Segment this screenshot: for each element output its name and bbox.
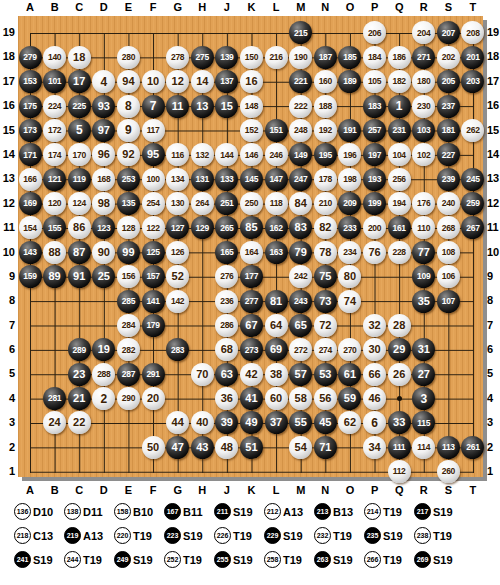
intersection-G18[interactable]: 278 xyxy=(165,45,190,69)
intersection-R8[interactable]: 35 xyxy=(411,289,436,313)
intersection-B8[interactable] xyxy=(42,289,67,313)
intersection-G5[interactable] xyxy=(165,362,190,386)
intersection-T13[interactable]: 245 xyxy=(461,167,486,191)
intersection-L12[interactable]: 118 xyxy=(264,191,289,215)
intersection-J18[interactable]: 139 xyxy=(215,45,240,69)
intersection-C14[interactable]: 170 xyxy=(67,143,92,167)
intersection-D11[interactable]: 123 xyxy=(92,216,117,240)
intersection-F6[interactable] xyxy=(141,338,166,362)
intersection-L6[interactable]: 69 xyxy=(264,338,289,362)
intersection-P15[interactable]: 257 xyxy=(362,118,387,142)
intersection-A4[interactable] xyxy=(18,386,43,410)
intersection-R11[interactable]: 110 xyxy=(411,216,436,240)
intersection-H10[interactable] xyxy=(190,240,215,264)
intersection-O14[interactable]: 196 xyxy=(338,143,363,167)
intersection-L18[interactable]: 216 xyxy=(264,45,289,69)
intersection-S3[interactable] xyxy=(436,411,461,435)
intersection-N5[interactable]: 53 xyxy=(313,362,338,386)
intersection-H11[interactable]: 129 xyxy=(190,216,215,240)
intersection-S5[interactable] xyxy=(436,362,461,386)
intersection-K14[interactable]: 146 xyxy=(239,143,264,167)
intersection-C18[interactable]: 18 xyxy=(67,45,92,69)
intersection-A1[interactable] xyxy=(18,460,43,484)
intersection-G9[interactable]: 52 xyxy=(165,265,190,289)
intersection-J13[interactable]: 133 xyxy=(215,167,240,191)
intersection-O3[interactable]: 62 xyxy=(338,411,363,435)
intersection-P12[interactable]: 199 xyxy=(362,191,387,215)
intersection-K15[interactable]: 152 xyxy=(239,118,264,142)
intersection-E13[interactable]: 253 xyxy=(116,167,141,191)
intersection-R1[interactable] xyxy=(411,460,436,484)
intersection-P16[interactable]: 183 xyxy=(362,94,387,118)
intersection-K3[interactable]: 49 xyxy=(239,411,264,435)
intersection-S11[interactable]: 268 xyxy=(436,216,461,240)
intersection-L7[interactable]: 64 xyxy=(264,313,289,337)
intersection-C2[interactable] xyxy=(67,435,92,459)
intersection-A13[interactable]: 166 xyxy=(18,167,43,191)
intersection-Q16[interactable]: 1 xyxy=(387,94,412,118)
intersection-L8[interactable]: 81 xyxy=(264,289,289,313)
intersection-Q9[interactable] xyxy=(387,265,412,289)
intersection-Q14[interactable]: 104 xyxy=(387,143,412,167)
intersection-E12[interactable]: 135 xyxy=(116,191,141,215)
intersection-K10[interactable]: 164 xyxy=(239,240,264,264)
intersection-F3[interactable] xyxy=(141,411,166,435)
intersection-A16[interactable]: 175 xyxy=(18,94,43,118)
intersection-Q13[interactable]: 256 xyxy=(387,167,412,191)
intersection-D17[interactable]: 4 xyxy=(92,70,117,94)
intersection-F14[interactable]: 95 xyxy=(141,143,166,167)
intersection-K4[interactable]: 41 xyxy=(239,386,264,410)
intersection-H5[interactable]: 70 xyxy=(190,362,215,386)
intersection-A18[interactable]: 279 xyxy=(18,45,43,69)
intersection-E7[interactable]: 284 xyxy=(116,313,141,337)
intersection-R19[interactable]: 204 xyxy=(411,21,436,45)
intersection-E18[interactable]: 280 xyxy=(116,45,141,69)
intersection-M6[interactable]: 272 xyxy=(288,338,313,362)
intersection-N8[interactable]: 73 xyxy=(313,289,338,313)
intersection-L13[interactable]: 147 xyxy=(264,167,289,191)
intersection-K19[interactable] xyxy=(239,21,264,45)
intersection-H16[interactable]: 13 xyxy=(190,94,215,118)
intersection-G8[interactable]: 142 xyxy=(165,289,190,313)
intersection-K18[interactable]: 150 xyxy=(239,45,264,69)
intersection-O7[interactable] xyxy=(338,313,363,337)
intersection-P18[interactable]: 184 xyxy=(362,45,387,69)
intersection-C15[interactable]: 5 xyxy=(67,118,92,142)
intersection-R9[interactable]: 109 xyxy=(411,265,436,289)
intersection-C13[interactable]: 119 xyxy=(67,167,92,191)
intersection-J7[interactable]: 286 xyxy=(215,313,240,337)
intersection-L19[interactable] xyxy=(264,21,289,45)
intersection-S10[interactable]: 108 xyxy=(436,240,461,264)
intersection-G10[interactable]: 126 xyxy=(165,240,190,264)
intersection-A8[interactable] xyxy=(18,289,43,313)
intersection-E2[interactable] xyxy=(116,435,141,459)
intersection-T1[interactable] xyxy=(461,460,486,484)
intersection-O9[interactable]: 80 xyxy=(338,265,363,289)
intersection-M9[interactable]: 242 xyxy=(288,265,313,289)
intersection-N4[interactable]: 56 xyxy=(313,386,338,410)
intersection-G17[interactable]: 12 xyxy=(165,70,190,94)
intersection-M13[interactable]: 247 xyxy=(288,167,313,191)
intersection-K2[interactable]: 51 xyxy=(239,435,264,459)
intersection-S15[interactable]: 181 xyxy=(436,118,461,142)
intersection-T19[interactable]: 208 xyxy=(461,21,486,45)
intersection-K8[interactable]: 277 xyxy=(239,289,264,313)
intersection-L1[interactable] xyxy=(264,460,289,484)
intersection-N15[interactable]: 192 xyxy=(313,118,338,142)
intersection-T10[interactable] xyxy=(461,240,486,264)
intersection-B12[interactable]: 120 xyxy=(42,191,67,215)
intersection-T2[interactable]: 261 xyxy=(461,435,486,459)
intersection-E16[interactable]: 8 xyxy=(116,94,141,118)
intersection-Q17[interactable]: 182 xyxy=(387,70,412,94)
intersection-Q2[interactable]: 111 xyxy=(387,435,412,459)
intersection-D13[interactable]: 168 xyxy=(92,167,117,191)
intersection-C5[interactable]: 23 xyxy=(67,362,92,386)
intersection-F11[interactable]: 122 xyxy=(141,216,166,240)
intersection-J2[interactable]: 48 xyxy=(215,435,240,459)
intersection-E11[interactable]: 128 xyxy=(116,216,141,240)
intersection-P2[interactable]: 34 xyxy=(362,435,387,459)
intersection-Q19[interactable] xyxy=(387,21,412,45)
intersection-M5[interactable]: 57 xyxy=(288,362,313,386)
intersection-P19[interactable]: 206 xyxy=(362,21,387,45)
intersection-C7[interactable] xyxy=(67,313,92,337)
intersection-O19[interactable] xyxy=(338,21,363,45)
intersection-K17[interactable]: 16 xyxy=(239,70,264,94)
intersection-P13[interactable]: 193 xyxy=(362,167,387,191)
intersection-F19[interactable] xyxy=(141,21,166,45)
intersection-N14[interactable]: 195 xyxy=(313,143,338,167)
intersection-M10[interactable]: 79 xyxy=(288,240,313,264)
intersection-R2[interactable]: 114 xyxy=(411,435,436,459)
intersection-N13[interactable]: 178 xyxy=(313,167,338,191)
intersection-B13[interactable]: 121 xyxy=(42,167,67,191)
intersection-E19[interactable] xyxy=(116,21,141,45)
intersection-J9[interactable]: 276 xyxy=(215,265,240,289)
intersection-C1[interactable] xyxy=(67,460,92,484)
intersection-L11[interactable]: 162 xyxy=(264,216,289,240)
intersection-R14[interactable]: 102 xyxy=(411,143,436,167)
intersection-L4[interactable]: 60 xyxy=(264,386,289,410)
intersection-D6[interactable]: 19 xyxy=(92,338,117,362)
intersection-F9[interactable]: 157 xyxy=(141,265,166,289)
intersection-O1[interactable] xyxy=(338,460,363,484)
intersection-D8[interactable] xyxy=(92,289,117,313)
intersection-B10[interactable]: 88 xyxy=(42,240,67,264)
intersection-T17[interactable]: 203 xyxy=(461,70,486,94)
intersection-E14[interactable]: 92 xyxy=(116,143,141,167)
intersection-M18[interactable]: 190 xyxy=(288,45,313,69)
intersection-M3[interactable]: 55 xyxy=(288,411,313,435)
intersection-K11[interactable]: 85 xyxy=(239,216,264,240)
intersection-D19[interactable] xyxy=(92,21,117,45)
intersection-Q4[interactable] xyxy=(387,386,412,410)
intersection-R5[interactable]: 27 xyxy=(411,362,436,386)
intersection-T9[interactable] xyxy=(461,265,486,289)
intersection-F12[interactable]: 254 xyxy=(141,191,166,215)
intersection-K9[interactable]: 177 xyxy=(239,265,264,289)
intersection-M7[interactable]: 65 xyxy=(288,313,313,337)
intersection-Q8[interactable] xyxy=(387,289,412,313)
intersection-H2[interactable]: 43 xyxy=(190,435,215,459)
intersection-R10[interactable]: 77 xyxy=(411,240,436,264)
intersection-E1[interactable] xyxy=(116,460,141,484)
intersection-K13[interactable]: 145 xyxy=(239,167,264,191)
intersection-H13[interactable]: 131 xyxy=(190,167,215,191)
intersection-Q3[interactable]: 33 xyxy=(387,411,412,435)
intersection-P10[interactable]: 76 xyxy=(362,240,387,264)
intersection-O15[interactable]: 191 xyxy=(338,118,363,142)
intersection-B19[interactable] xyxy=(42,21,67,45)
intersection-H4[interactable] xyxy=(190,386,215,410)
intersection-F13[interactable]: 100 xyxy=(141,167,166,191)
intersection-G3[interactable]: 44 xyxy=(165,411,190,435)
intersection-A10[interactable]: 143 xyxy=(18,240,43,264)
intersection-N19[interactable] xyxy=(313,21,338,45)
intersection-A17[interactable]: 153 xyxy=(18,70,43,94)
intersection-F7[interactable]: 179 xyxy=(141,313,166,337)
intersection-D15[interactable]: 97 xyxy=(92,118,117,142)
intersection-O2[interactable] xyxy=(338,435,363,459)
intersection-L16[interactable] xyxy=(264,94,289,118)
intersection-T4[interactable] xyxy=(461,386,486,410)
intersection-G16[interactable]: 11 xyxy=(165,94,190,118)
intersection-E6[interactable]: 282 xyxy=(116,338,141,362)
intersection-S8[interactable]: 107 xyxy=(436,289,461,313)
intersection-G6[interactable]: 283 xyxy=(165,338,190,362)
intersection-S12[interactable]: 240 xyxy=(436,191,461,215)
intersection-R16[interactable]: 230 xyxy=(411,94,436,118)
intersection-D16[interactable]: 93 xyxy=(92,94,117,118)
intersection-N16[interactable]: 188 xyxy=(313,94,338,118)
intersection-G19[interactable] xyxy=(165,21,190,45)
intersection-S1[interactable]: 260 xyxy=(436,460,461,484)
intersection-Q15[interactable]: 231 xyxy=(387,118,412,142)
intersection-M4[interactable]: 58 xyxy=(288,386,313,410)
intersection-C8[interactable] xyxy=(67,289,92,313)
intersection-J5[interactable]: 63 xyxy=(215,362,240,386)
intersection-Q5[interactable]: 26 xyxy=(387,362,412,386)
intersection-J11[interactable]: 265 xyxy=(215,216,240,240)
intersection-O11[interactable]: 233 xyxy=(338,216,363,240)
intersection-N7[interactable]: 72 xyxy=(313,313,338,337)
intersection-K1[interactable] xyxy=(239,460,264,484)
intersection-A12[interactable]: 169 xyxy=(18,191,43,215)
intersection-N2[interactable]: 71 xyxy=(313,435,338,459)
intersection-F16[interactable]: 7 xyxy=(141,94,166,118)
intersection-C16[interactable]: 225 xyxy=(67,94,92,118)
intersection-H12[interactable]: 264 xyxy=(190,191,215,215)
intersection-G15[interactable] xyxy=(165,118,190,142)
intersection-E8[interactable]: 285 xyxy=(116,289,141,313)
intersection-H9[interactable] xyxy=(190,265,215,289)
intersection-J10[interactable]: 165 xyxy=(215,240,240,264)
intersection-F8[interactable]: 141 xyxy=(141,289,166,313)
intersection-B17[interactable]: 101 xyxy=(42,70,67,94)
intersection-C10[interactable]: 87 xyxy=(67,240,92,264)
intersection-O5[interactable]: 61 xyxy=(338,362,363,386)
intersection-T8[interactable] xyxy=(461,289,486,313)
intersection-B3[interactable]: 24 xyxy=(42,411,67,435)
intersection-D1[interactable] xyxy=(92,460,117,484)
intersection-E10[interactable]: 99 xyxy=(116,240,141,264)
intersection-D2[interactable] xyxy=(92,435,117,459)
intersection-F5[interactable]: 291 xyxy=(141,362,166,386)
intersection-N3[interactable]: 45 xyxy=(313,411,338,435)
intersection-P3[interactable]: 6 xyxy=(362,411,387,435)
intersection-Q10[interactable]: 228 xyxy=(387,240,412,264)
intersection-M12[interactable]: 84 xyxy=(288,191,313,215)
intersection-R4[interactable]: 3 xyxy=(411,386,436,410)
intersection-S13[interactable]: 239 xyxy=(436,167,461,191)
intersection-L5[interactable]: 38 xyxy=(264,362,289,386)
intersection-J1[interactable] xyxy=(215,460,240,484)
intersection-P6[interactable]: 30 xyxy=(362,338,387,362)
intersection-B1[interactable] xyxy=(42,460,67,484)
intersection-P8[interactable] xyxy=(362,289,387,313)
intersection-C3[interactable]: 22 xyxy=(67,411,92,435)
intersection-Q12[interactable]: 194 xyxy=(387,191,412,215)
intersection-J12[interactable]: 251 xyxy=(215,191,240,215)
intersection-D3[interactable] xyxy=(92,411,117,435)
intersection-S19[interactable]: 207 xyxy=(436,21,461,45)
intersection-L10[interactable]: 163 xyxy=(264,240,289,264)
intersection-E15[interactable]: 9 xyxy=(116,118,141,142)
intersection-S14[interactable]: 227 xyxy=(436,143,461,167)
intersection-S4[interactable] xyxy=(436,386,461,410)
intersection-Q7[interactable]: 28 xyxy=(387,313,412,337)
intersection-C6[interactable]: 289 xyxy=(67,338,92,362)
intersection-G2[interactable]: 47 xyxy=(165,435,190,459)
intersection-B2[interactable] xyxy=(42,435,67,459)
intersection-M8[interactable]: 243 xyxy=(288,289,313,313)
intersection-O17[interactable]: 189 xyxy=(338,70,363,94)
intersection-O8[interactable]: 74 xyxy=(338,289,363,313)
intersection-S2[interactable]: 113 xyxy=(436,435,461,459)
intersection-T14[interactable] xyxy=(461,143,486,167)
intersection-M17[interactable]: 221 xyxy=(288,70,313,94)
intersection-A14[interactable]: 171 xyxy=(18,143,43,167)
intersection-M15[interactable]: 248 xyxy=(288,118,313,142)
intersection-E5[interactable]: 287 xyxy=(116,362,141,386)
intersection-P4[interactable]: 46 xyxy=(362,386,387,410)
intersection-H15[interactable] xyxy=(190,118,215,142)
intersection-A9[interactable]: 159 xyxy=(18,265,43,289)
intersection-H3[interactable]: 40 xyxy=(190,411,215,435)
intersection-M16[interactable]: 222 xyxy=(288,94,313,118)
intersection-T11[interactable]: 267 xyxy=(461,216,486,240)
intersection-K5[interactable]: 42 xyxy=(239,362,264,386)
intersection-F4[interactable]: 20 xyxy=(141,386,166,410)
intersection-B4[interactable]: 281 xyxy=(42,386,67,410)
intersection-B6[interactable] xyxy=(42,338,67,362)
intersection-E9[interactable]: 156 xyxy=(116,265,141,289)
intersection-P11[interactable]: 200 xyxy=(362,216,387,240)
intersection-O12[interactable]: 209 xyxy=(338,191,363,215)
intersection-R15[interactable]: 103 xyxy=(411,118,436,142)
intersection-J17[interactable]: 137 xyxy=(215,70,240,94)
intersection-A7[interactable] xyxy=(18,313,43,337)
intersection-S16[interactable]: 237 xyxy=(436,94,461,118)
intersection-J14[interactable]: 144 xyxy=(215,143,240,167)
intersection-T5[interactable] xyxy=(461,362,486,386)
intersection-L14[interactable]: 246 xyxy=(264,143,289,167)
intersection-B7[interactable] xyxy=(42,313,67,337)
intersection-L9[interactable] xyxy=(264,265,289,289)
intersection-R7[interactable] xyxy=(411,313,436,337)
intersection-R12[interactable]: 176 xyxy=(411,191,436,215)
intersection-N9[interactable]: 75 xyxy=(313,265,338,289)
intersection-N12[interactable]: 210 xyxy=(313,191,338,215)
intersection-T3[interactable] xyxy=(461,411,486,435)
intersection-C17[interactable]: 17 xyxy=(67,70,92,94)
intersection-P5[interactable]: 66 xyxy=(362,362,387,386)
intersection-J8[interactable]: 236 xyxy=(215,289,240,313)
intersection-F17[interactable]: 10 xyxy=(141,70,166,94)
intersection-N11[interactable]: 82 xyxy=(313,216,338,240)
intersection-C4[interactable]: 21 xyxy=(67,386,92,410)
intersection-N17[interactable]: 160 xyxy=(313,70,338,94)
intersection-H7[interactable] xyxy=(190,313,215,337)
intersection-P9[interactable] xyxy=(362,265,387,289)
intersection-H18[interactable]: 275 xyxy=(190,45,215,69)
intersection-B9[interactable]: 89 xyxy=(42,265,67,289)
intersection-D14[interactable]: 96 xyxy=(92,143,117,167)
intersection-B16[interactable]: 224 xyxy=(42,94,67,118)
intersection-N10[interactable]: 78 xyxy=(313,240,338,264)
intersection-H8[interactable] xyxy=(190,289,215,313)
intersection-R18[interactable]: 271 xyxy=(411,45,436,69)
intersection-N1[interactable] xyxy=(313,460,338,484)
intersection-D9[interactable]: 25 xyxy=(92,265,117,289)
intersection-J15[interactable] xyxy=(215,118,240,142)
intersection-O6[interactable]: 270 xyxy=(338,338,363,362)
intersection-T12[interactable]: 259 xyxy=(461,191,486,215)
intersection-A5[interactable] xyxy=(18,362,43,386)
intersection-J4[interactable]: 36 xyxy=(215,386,240,410)
intersection-S17[interactable]: 205 xyxy=(436,70,461,94)
intersection-S9[interactable]: 106 xyxy=(436,265,461,289)
intersection-A19[interactable] xyxy=(18,21,43,45)
intersection-O18[interactable]: 185 xyxy=(338,45,363,69)
intersection-M14[interactable]: 149 xyxy=(288,143,313,167)
intersection-H6[interactable] xyxy=(190,338,215,362)
intersection-D5[interactable]: 288 xyxy=(92,362,117,386)
intersection-K7[interactable]: 67 xyxy=(239,313,264,337)
intersection-K6[interactable]: 273 xyxy=(239,338,264,362)
intersection-M11[interactable]: 83 xyxy=(288,216,313,240)
intersection-N18[interactable]: 187 xyxy=(313,45,338,69)
intersection-F10[interactable]: 125 xyxy=(141,240,166,264)
intersection-S6[interactable] xyxy=(436,338,461,362)
intersection-L3[interactable]: 37 xyxy=(264,411,289,435)
intersection-G1[interactable] xyxy=(165,460,190,484)
intersection-J6[interactable]: 68 xyxy=(215,338,240,362)
intersection-A15[interactable]: 173 xyxy=(18,118,43,142)
intersection-T15[interactable]: 262 xyxy=(461,118,486,142)
intersection-J19[interactable] xyxy=(215,21,240,45)
intersection-T7[interactable] xyxy=(461,313,486,337)
intersection-E3[interactable] xyxy=(116,411,141,435)
intersection-R6[interactable]: 31 xyxy=(411,338,436,362)
intersection-A2[interactable] xyxy=(18,435,43,459)
intersection-M2[interactable]: 54 xyxy=(288,435,313,459)
intersection-E17[interactable]: 94 xyxy=(116,70,141,94)
intersection-F1[interactable] xyxy=(141,460,166,484)
